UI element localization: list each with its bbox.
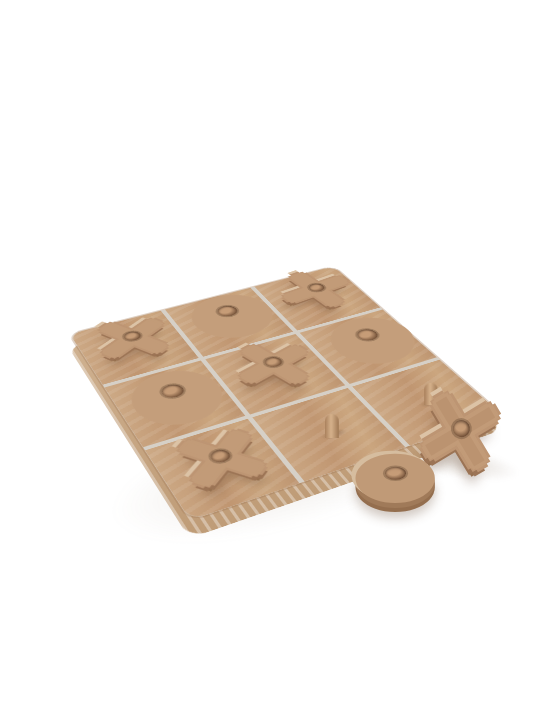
peg-hole [385,466,406,479]
scene: × ● × [0,0,533,715]
spare-piece-o: ● [352,445,438,501]
peg [325,414,339,440]
product-photo: × ● × [0,0,533,715]
